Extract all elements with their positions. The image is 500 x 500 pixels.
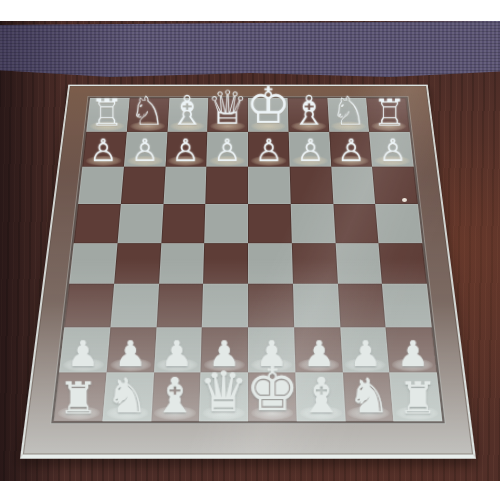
piece-black-pawn[interactable]: ♙: [338, 135, 366, 166]
square-c8[interactable]: ♗: [167, 98, 208, 132]
square-b2[interactable]: ♟: [106, 327, 156, 373]
piece-black-pawn[interactable]: ♙: [89, 135, 117, 166]
piece-black-pawn[interactable]: ♙: [130, 135, 158, 166]
piece-white-bishop[interactable]: ♝: [153, 371, 197, 420]
square-b3[interactable]: [110, 284, 158, 327]
piece-black-knight[interactable]: ♘: [129, 91, 165, 131]
piece-white-pawn[interactable]: ♟: [397, 336, 429, 372]
square-a7[interactable]: ♙: [82, 132, 126, 167]
board-grid: ♖♘♗♕♔♗♘♖♙♙♙♙♙♙♙♙♟♟♟♟♟♟♟♟♜♞♝♛♚♝♞♜: [54, 98, 443, 421]
square-g4[interactable]: [335, 243, 382, 284]
square-b6[interactable]: [121, 167, 166, 204]
square-c4[interactable]: [159, 243, 205, 284]
square-h2[interactable]: ♟: [386, 327, 437, 373]
square-h3[interactable]: [382, 284, 432, 327]
piece-white-pawn[interactable]: ♟: [114, 336, 146, 372]
piece-black-pawn[interactable]: ♙: [213, 135, 241, 166]
square-d5[interactable]: [204, 204, 248, 243]
square-f1[interactable]: ♝: [295, 373, 345, 421]
square-h6[interactable]: [372, 167, 418, 204]
piece-black-rook[interactable]: ♖: [90, 94, 123, 131]
square-c3[interactable]: [156, 284, 203, 327]
chessboard-scene: ♖♘♗♕♔♗♘♖♙♙♙♙♙♙♙♙♟♟♟♟♟♟♟♟♜♞♝♛♚♝♞♜: [47, 27, 449, 472]
square-d7[interactable]: ♙: [207, 132, 248, 167]
square-c6[interactable]: [163, 167, 207, 204]
square-a4[interactable]: [69, 243, 117, 284]
square-g6[interactable]: [331, 167, 376, 204]
square-f6[interactable]: [289, 167, 333, 204]
square-f7[interactable]: ♙: [288, 132, 330, 167]
piece-white-pawn[interactable]: ♟: [350, 336, 382, 372]
square-h5[interactable]: [375, 204, 422, 243]
square-h7[interactable]: ♙: [369, 132, 413, 167]
piece-white-king[interactable]: ♚: [245, 360, 299, 420]
square-a3[interactable]: [64, 284, 114, 327]
piece-black-queen[interactable]: ♕: [207, 85, 248, 131]
piece-black-pawn[interactable]: ♙: [255, 135, 283, 166]
piece-black-bishop[interactable]: ♗: [169, 90, 205, 131]
piece-black-king[interactable]: ♔: [246, 81, 291, 131]
square-a6[interactable]: [78, 167, 124, 204]
square-f3[interactable]: [293, 284, 340, 327]
square-g7[interactable]: ♙: [329, 132, 372, 167]
square-d4[interactable]: [203, 243, 248, 284]
piece-white-bishop[interactable]: ♝: [299, 371, 343, 420]
piece-white-knight[interactable]: ♞: [348, 372, 391, 420]
square-g8[interactable]: ♘: [327, 98, 369, 132]
reflection-speck: [402, 198, 407, 202]
square-d8[interactable]: ♕: [208, 98, 248, 132]
square-e5[interactable]: [248, 204, 292, 243]
square-h4[interactable]: [379, 243, 427, 284]
square-a1[interactable]: ♜: [54, 373, 107, 421]
square-g2[interactable]: ♟: [340, 327, 390, 373]
square-b1[interactable]: ♞: [102, 373, 153, 421]
square-b8[interactable]: ♘: [127, 98, 169, 132]
piece-black-pawn[interactable]: ♙: [379, 135, 407, 166]
square-e6[interactable]: [248, 167, 290, 204]
square-f5[interactable]: [290, 204, 335, 243]
piece-black-pawn[interactable]: ♙: [172, 135, 200, 166]
square-b4[interactable]: [114, 243, 161, 284]
piece-white-queen[interactable]: ♛: [199, 365, 249, 420]
square-g5[interactable]: [333, 204, 379, 243]
square-c1[interactable]: ♝: [151, 373, 201, 421]
square-c5[interactable]: [161, 204, 206, 243]
square-a5[interactable]: [74, 204, 121, 243]
square-c7[interactable]: ♙: [165, 132, 207, 167]
piece-black-pawn[interactable]: ♙: [296, 135, 324, 166]
piece-black-knight[interactable]: ♘: [331, 91, 367, 131]
piece-white-rook[interactable]: ♜: [398, 376, 438, 420]
square-d3[interactable]: [202, 284, 248, 327]
square-b5[interactable]: [117, 204, 163, 243]
square-e4[interactable]: [248, 243, 293, 284]
square-a8[interactable]: ♖: [86, 98, 129, 132]
photo-frame: ♖♘♗♕♔♗♘♖♙♙♙♙♙♙♙♙♟♟♟♟♟♟♟♟♜♞♝♛♚♝♞♜: [0, 0, 500, 500]
square-f8[interactable]: ♗: [287, 98, 328, 132]
piece-black-bishop[interactable]: ♗: [290, 90, 326, 131]
square-d1[interactable]: ♛: [199, 373, 248, 421]
piece-white-pawn[interactable]: ♟: [67, 336, 99, 372]
square-e1[interactable]: ♚: [248, 373, 297, 421]
piece-white-knight[interactable]: ♞: [105, 372, 148, 420]
square-a2[interactable]: ♟: [59, 327, 110, 373]
square-h1[interactable]: ♜: [390, 373, 443, 421]
square-g3[interactable]: [337, 284, 385, 327]
piece-black-rook[interactable]: ♖: [373, 94, 406, 131]
square-g1[interactable]: ♞: [342, 373, 393, 421]
square-e3[interactable]: [248, 284, 294, 327]
square-b7[interactable]: ♙: [124, 132, 167, 167]
glass-chessboard: ♖♘♗♕♔♗♘♖♙♙♙♙♙♙♙♙♟♟♟♟♟♟♟♟♜♞♝♛♚♝♞♜: [20, 85, 476, 459]
square-e7[interactable]: ♙: [248, 132, 289, 167]
square-h8[interactable]: ♖: [366, 98, 409, 132]
square-d6[interactable]: [206, 167, 248, 204]
piece-white-rook[interactable]: ♜: [58, 376, 98, 420]
square-f4[interactable]: [292, 243, 338, 284]
square-e8[interactable]: ♔: [248, 98, 288, 132]
